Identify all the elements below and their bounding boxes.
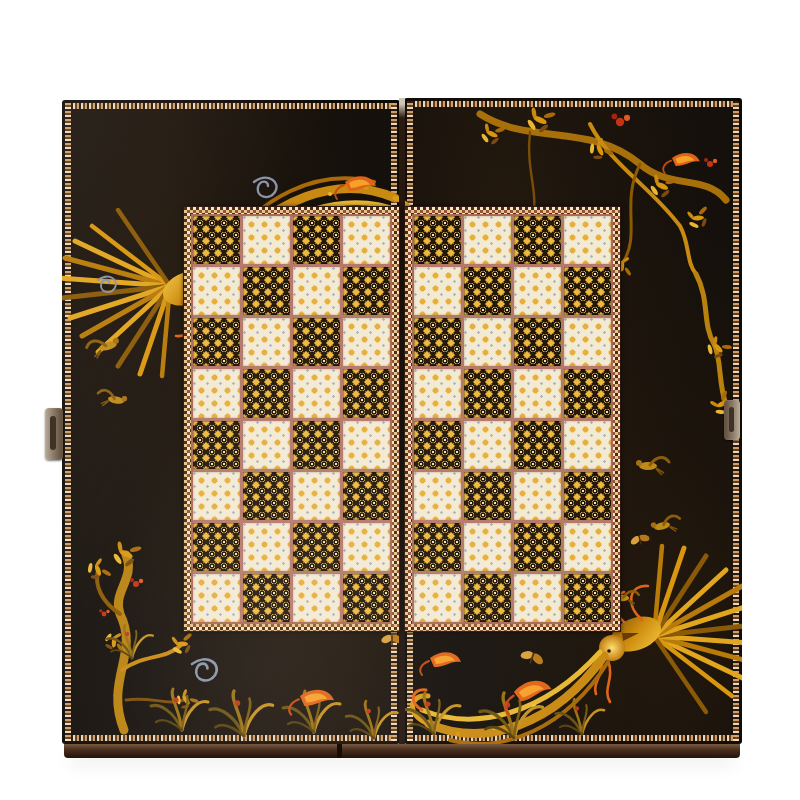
khatam-trim <box>65 735 397 741</box>
square-c5[interactable] <box>293 369 340 417</box>
square-d2[interactable] <box>343 523 390 571</box>
chessboard <box>62 98 742 744</box>
square-f2[interactable] <box>464 523 511 571</box>
square-b1[interactable] <box>243 574 290 622</box>
square-g6[interactable] <box>514 318 561 366</box>
square-a8[interactable] <box>193 216 240 264</box>
square-d6[interactable] <box>343 318 390 366</box>
square-d8[interactable] <box>343 216 390 264</box>
square-c1[interactable] <box>293 574 340 622</box>
square-b7[interactable] <box>243 267 290 315</box>
square-c4[interactable] <box>293 421 340 469</box>
board-side-edge <box>64 744 740 758</box>
grid-frame-right <box>404 206 621 632</box>
grid-lines <box>412 214 613 624</box>
square-c6[interactable] <box>293 318 340 366</box>
square-g3[interactable] <box>514 472 561 520</box>
square-f8[interactable] <box>464 216 511 264</box>
square-g8[interactable] <box>514 216 561 264</box>
square-f7[interactable] <box>464 267 511 315</box>
khatam-trim <box>407 101 739 107</box>
square-a7[interactable] <box>193 267 240 315</box>
square-d5[interactable] <box>343 369 390 417</box>
square-d1[interactable] <box>343 574 390 622</box>
square-a1[interactable] <box>193 574 240 622</box>
square-a4[interactable] <box>193 421 240 469</box>
square-f4[interactable] <box>464 421 511 469</box>
square-g4[interactable] <box>514 421 561 469</box>
square-h1[interactable] <box>564 574 611 622</box>
square-h2[interactable] <box>564 523 611 571</box>
grid-frame-left <box>183 206 400 632</box>
square-f1[interactable] <box>464 574 511 622</box>
square-f3[interactable] <box>464 472 511 520</box>
square-h3[interactable] <box>564 472 611 520</box>
square-c3[interactable] <box>293 472 340 520</box>
square-e5[interactable] <box>414 369 461 417</box>
square-b6[interactable] <box>243 318 290 366</box>
square-e4[interactable] <box>414 421 461 469</box>
right-half-squares <box>414 216 611 622</box>
square-h6[interactable] <box>564 318 611 366</box>
square-b3[interactable] <box>243 472 290 520</box>
square-e6[interactable] <box>414 318 461 366</box>
khatam-trim <box>65 103 71 741</box>
square-h7[interactable] <box>564 267 611 315</box>
square-d3[interactable] <box>343 472 390 520</box>
square-b2[interactable] <box>243 523 290 571</box>
square-g1[interactable] <box>514 574 561 622</box>
square-a2[interactable] <box>193 523 240 571</box>
square-d4[interactable] <box>343 421 390 469</box>
metal-clasp-right <box>724 400 740 440</box>
square-g2[interactable] <box>514 523 561 571</box>
square-b8[interactable] <box>243 216 290 264</box>
square-a3[interactable] <box>193 472 240 520</box>
square-b4[interactable] <box>243 421 290 469</box>
square-g7[interactable] <box>514 267 561 315</box>
product-photo <box>0 0 800 800</box>
metal-clasp-left <box>45 408 63 460</box>
square-b5[interactable] <box>243 369 290 417</box>
square-c2[interactable] <box>293 523 340 571</box>
left-half-squares <box>193 216 390 622</box>
square-e2[interactable] <box>414 523 461 571</box>
square-c8[interactable] <box>293 216 340 264</box>
square-h8[interactable] <box>564 216 611 264</box>
square-e8[interactable] <box>414 216 461 264</box>
grid-lines <box>191 214 392 624</box>
square-d7[interactable] <box>343 267 390 315</box>
square-h5[interactable] <box>564 369 611 417</box>
square-g5[interactable] <box>514 369 561 417</box>
square-c7[interactable] <box>293 267 340 315</box>
square-e1[interactable] <box>414 574 461 622</box>
square-e7[interactable] <box>414 267 461 315</box>
khatam-trim <box>407 735 739 741</box>
square-a6[interactable] <box>193 318 240 366</box>
square-f6[interactable] <box>464 318 511 366</box>
square-f5[interactable] <box>464 369 511 417</box>
square-a5[interactable] <box>193 369 240 417</box>
square-h4[interactable] <box>564 421 611 469</box>
square-e3[interactable] <box>414 472 461 520</box>
khatam-trim <box>65 103 397 109</box>
